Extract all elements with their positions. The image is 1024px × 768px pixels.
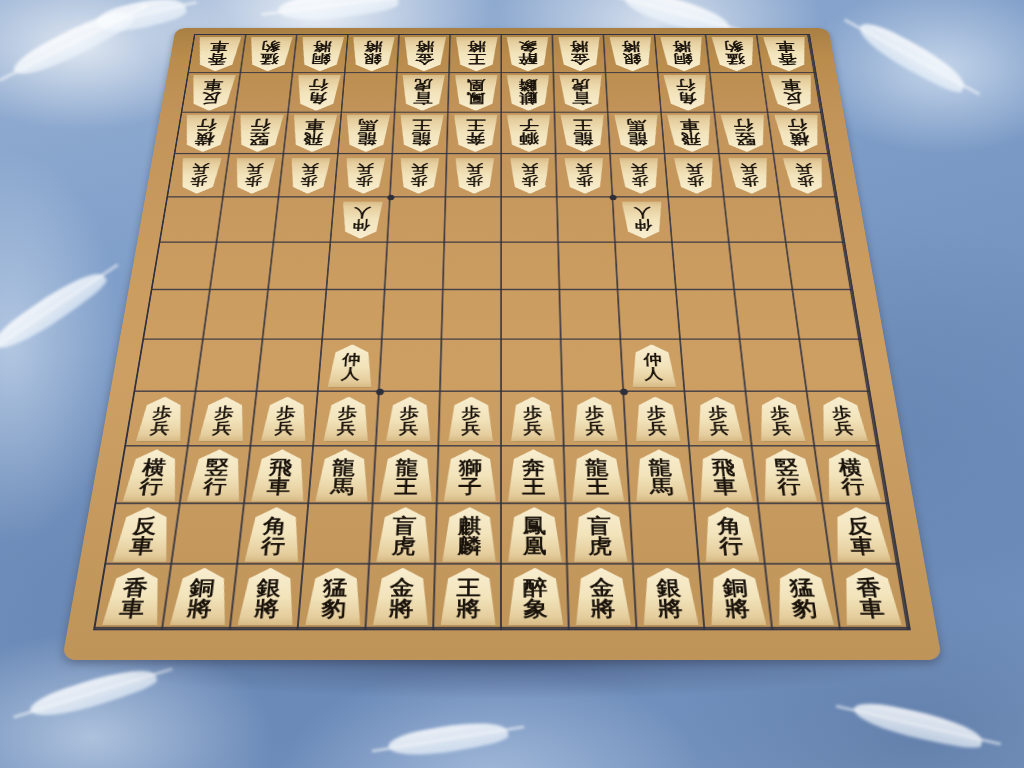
piece-kanji-char: 兵 (647, 421, 667, 436)
piece-ferocious-leopard[interactable]: 猛豹 (305, 568, 364, 625)
piece-kanji-char: 横 (194, 132, 216, 146)
board-cell[interactable]: 龍馬 (339, 113, 396, 154)
piece-kanji-char: 行 (676, 79, 696, 92)
board-cell[interactable]: 猛豹 (766, 565, 841, 629)
piece-kanji-char: 歩 (708, 406, 728, 421)
piece-rook[interactable]: 飛車 (251, 449, 308, 501)
piece-kanji-char: 歩 (646, 406, 666, 421)
piece-pawn[interactable]: 歩兵 (399, 158, 440, 193)
piece-side-mover[interactable]: 横行 (180, 115, 230, 152)
piece-dragon-horse[interactable]: 龍馬 (315, 449, 371, 501)
board-cell[interactable] (385, 243, 445, 290)
piece-kanji-char: 兵 (356, 162, 374, 174)
board-cell[interactable]: 香車 (758, 35, 816, 73)
board-cell[interactable]: 歩兵 (126, 392, 196, 447)
piece-kanji-char: 車 (209, 40, 230, 52)
piece-vertical-mover[interactable]: 竪行 (759, 449, 818, 501)
piece-lance[interactable]: 香車 (762, 37, 810, 71)
board-cell[interactable]: 盲虎 (370, 504, 438, 565)
board-cell[interactable] (211, 243, 275, 290)
board-cell[interactable]: 王將 (450, 35, 502, 73)
piece-kanji-char: 行 (308, 79, 328, 92)
board-cell[interactable]: 香車 (832, 565, 909, 629)
board-cell[interactable]: 鳳凰 (502, 504, 568, 565)
board-cell[interactable] (144, 290, 211, 340)
piece-drunk-elephant[interactable]: 醉象 (507, 37, 550, 71)
board-cell[interactable] (759, 504, 832, 565)
board-cell[interactable]: 歩兵 (377, 392, 441, 447)
board-cell[interactable]: 金將 (568, 565, 638, 629)
piece-kanji-char: 龍 (395, 458, 419, 477)
piece-copper-general[interactable]: 銅將 (298, 37, 344, 71)
board-cell[interactable]: 角行 (659, 73, 716, 113)
piece-kanji-char: 歩 (300, 174, 318, 186)
board-cell[interactable]: 反車 (763, 73, 822, 113)
piece-pawn[interactable]: 歩兵 (261, 397, 310, 442)
board-cell[interactable]: 盲虎 (554, 73, 608, 113)
board-cell[interactable]: 仲人 (613, 198, 672, 243)
piece-bishop[interactable]: 角行 (663, 75, 710, 111)
piece-blind-tiger[interactable]: 盲虎 (376, 507, 432, 562)
board-cell[interactable]: 鳳凰 (449, 73, 502, 113)
board-cell[interactable]: 歩兵 (224, 154, 285, 197)
board-cell[interactable] (711, 73, 769, 113)
piece-kanji-char: 麟 (457, 536, 481, 556)
piece-kirin[interactable]: 麒麟 (507, 75, 551, 111)
piece-kanji-char: 横 (141, 458, 167, 477)
board-cell[interactable]: 龍王 (565, 447, 631, 505)
piece-rook[interactable]: 飛車 (289, 115, 337, 152)
board-cell[interactable] (323, 290, 385, 340)
piece-gold-general[interactable]: 金將 (402, 37, 446, 71)
piece-kanji-char: 兵 (461, 421, 480, 436)
board-cell[interactable]: 歩兵 (168, 154, 230, 197)
piece-rook[interactable]: 飛車 (696, 449, 753, 501)
piece-reverse-chariot[interactable]: 反車 (830, 507, 892, 562)
piece-pawn[interactable]: 歩兵 (454, 158, 494, 193)
piece-bishop[interactable]: 角行 (244, 507, 303, 562)
piece-kanji-char: 奔 (465, 132, 485, 146)
board-cell[interactable] (196, 340, 263, 392)
piece-kanji-char: 香 (122, 577, 149, 598)
piece-kanji-char: 將 (253, 598, 280, 619)
piece-ferocious-leopard[interactable]: 猛豹 (772, 568, 834, 625)
board-cell[interactable] (780, 198, 843, 243)
board-cell[interactable]: 横行 (175, 113, 235, 154)
piece-kanji-char: 豹 (723, 40, 743, 52)
board-cell[interactable]: 猛豹 (299, 565, 370, 629)
board-cell[interactable] (445, 198, 502, 243)
board-cell[interactable]: 銀將 (604, 35, 658, 73)
star-point (620, 389, 628, 395)
board-cell[interactable]: 竪行 (230, 113, 289, 154)
board-cell[interactable]: 竪行 (753, 447, 824, 505)
piece-pawn[interactable]: 歩兵 (619, 158, 661, 193)
board-cell[interactable]: 金將 (398, 35, 451, 73)
board-cell[interactable]: 横行 (815, 447, 887, 505)
board-cell[interactable] (380, 340, 443, 392)
piece-kanji-char: 歩 (521, 174, 538, 186)
board-cell[interactable]: 歩兵 (685, 392, 752, 447)
piece-kanji-char: 兵 (274, 421, 295, 436)
board-cell[interactable]: 歩兵 (502, 392, 565, 447)
piece-lance[interactable]: 香車 (838, 568, 902, 625)
piece-copper-general[interactable]: 銅將 (170, 568, 232, 625)
board-cell[interactable] (152, 243, 217, 290)
board-cell[interactable] (673, 243, 735, 290)
piece-kanji-char: 兵 (337, 421, 357, 436)
piece-kanji-char: 凰 (523, 536, 547, 556)
board-cell[interactable]: 龍王 (393, 113, 449, 154)
board-cell[interactable] (741, 340, 808, 392)
piece-vertical-mover[interactable]: 竪行 (720, 115, 769, 152)
piece-bishop[interactable]: 角行 (701, 507, 760, 562)
piece-dragon-horse[interactable]: 龍馬 (633, 449, 689, 501)
piece-pawn[interactable]: 歩兵 (198, 397, 248, 442)
piece-kirin[interactable]: 麒麟 (442, 507, 496, 562)
board-cell[interactable] (274, 198, 335, 243)
piece-kanji-char: 兵 (740, 162, 758, 174)
piece-bishop[interactable]: 角行 (294, 75, 341, 111)
piece-pawn[interactable]: 歩兵 (448, 397, 493, 442)
board-cell[interactable]: 歩兵 (624, 392, 690, 447)
board-cell[interactable]: 飛車 (662, 113, 720, 154)
board-cell[interactable] (631, 504, 700, 565)
piece-kanji-char: 凰 (466, 79, 485, 92)
board-cell[interactable] (172, 504, 245, 565)
piece-kanji-char: 金 (570, 53, 589, 66)
piece-pawn[interactable]: 歩兵 (511, 397, 556, 442)
board-cell[interactable]: 龍馬 (609, 113, 666, 154)
tablecloth-background: 香車猛豹銅將銀將金將王將醉象金將銀將銅將猛豹香車反車角行盲虎鳳凰麒麟盲虎角行反車… (0, 0, 1024, 768)
piece-kanji-char: 車 (128, 536, 155, 556)
piece-copper-general[interactable]: 銅將 (706, 568, 766, 625)
board-cell[interactable] (502, 340, 563, 392)
piece-go-between[interactable]: 仲人 (630, 344, 676, 387)
piece-kanji-char: 歩 (462, 406, 481, 421)
piece-king[interactable]: 王將 (440, 568, 496, 625)
piece-dragon-king[interactable]: 龍王 (398, 115, 444, 152)
piece-kanji-char: 虎 (413, 79, 433, 92)
piece-pawn[interactable]: 歩兵 (633, 397, 681, 442)
board-cell[interactable]: 歩兵 (502, 154, 558, 197)
board-cell[interactable]: 麒麟 (502, 73, 555, 113)
piece-pawn[interactable]: 歩兵 (386, 397, 432, 442)
board-cell[interactable] (236, 73, 294, 113)
star-point (610, 195, 618, 200)
piece-pawn[interactable]: 歩兵 (232, 158, 276, 193)
piece-kanji-char: 竪 (774, 458, 799, 477)
board-cell[interactable]: 歩兵 (556, 154, 613, 197)
piece-kanji-char: 香 (776, 53, 797, 66)
piece-lion[interactable]: 獅子 (507, 115, 552, 152)
piece-kanji-char: 子 (519, 118, 539, 131)
piece-pawn[interactable]: 歩兵 (323, 397, 371, 442)
piece-pawn[interactable]: 歩兵 (756, 397, 806, 442)
piece-kanji-char: 竪 (205, 458, 230, 477)
board-cell[interactable]: 銅將 (655, 35, 710, 73)
piece-kanji-char: 銅 (722, 577, 748, 598)
piece-kanji-char: 人 (633, 206, 651, 218)
board-cell[interactable]: 盲虎 (395, 73, 449, 113)
board-cell[interactable] (730, 243, 794, 290)
board-cell[interactable] (441, 340, 502, 392)
piece-free-king[interactable]: 奔王 (508, 449, 561, 501)
piece-pawn[interactable]: 歩兵 (136, 397, 187, 442)
piece-dragon-king[interactable]: 龍王 (379, 449, 433, 501)
piece-kanji-char: 麒 (519, 91, 538, 104)
board-cell[interactable]: 飛車 (690, 447, 759, 505)
board-cell[interactable]: 歩兵 (747, 392, 816, 447)
board-cell[interactable]: 角行 (238, 504, 309, 565)
piece-kanji-char: 虎 (588, 536, 613, 556)
piece-side-mover[interactable]: 横行 (123, 449, 183, 501)
board-cell[interactable]: 銀將 (231, 565, 304, 629)
board-cell[interactable] (559, 243, 619, 290)
piece-go-between[interactable]: 仲人 (621, 202, 664, 239)
piece-ferocious-leopard[interactable]: 猛豹 (246, 37, 293, 71)
board-cell[interactable] (502, 290, 562, 340)
board-cell[interactable] (388, 198, 446, 243)
board-cell[interactable] (383, 290, 444, 340)
board-cell[interactable] (342, 73, 398, 113)
board-cell[interactable]: 反車 (182, 73, 241, 113)
piece-blind-tiger[interactable]: 盲虎 (559, 75, 604, 111)
piece-pawn[interactable]: 歩兵 (673, 158, 716, 193)
piece-pawn[interactable]: 歩兵 (572, 397, 618, 442)
piece-kanji-char: 兵 (794, 162, 813, 174)
piece-silver-general[interactable]: 銀將 (350, 37, 395, 71)
board-cell[interactable]: 横行 (768, 113, 828, 154)
board-cell[interactable] (677, 290, 741, 340)
board-cell[interactable]: 反車 (823, 504, 897, 565)
board-cell[interactable]: 歩兵 (279, 154, 338, 197)
piece-dragon-horse[interactable]: 龍馬 (614, 115, 661, 152)
board-cell[interactable] (616, 243, 677, 290)
piece-reverse-chariot[interactable]: 反車 (768, 75, 817, 111)
board-cell[interactable] (442, 290, 502, 340)
board-cell[interactable] (327, 243, 388, 290)
board-cell[interactable]: 銅將 (700, 565, 773, 629)
board-cell[interactable]: 歩兵 (335, 154, 393, 197)
board-cell[interactable] (560, 290, 621, 340)
board-cell[interactable] (619, 290, 681, 340)
piece-reverse-chariot[interactable]: 反車 (112, 507, 174, 562)
board-cell[interactable] (444, 243, 502, 290)
board-cell[interactable]: 歩兵 (314, 392, 380, 447)
board-cell[interactable]: 奔王 (448, 113, 502, 154)
board-cell[interactable]: 香車 (95, 565, 172, 629)
piece-kanji-char: 車 (780, 79, 801, 92)
piece-reverse-chariot[interactable]: 反車 (187, 75, 236, 111)
piece-kanji-char: 子 (458, 477, 481, 496)
board-cell[interactable]: 龍王 (373, 447, 439, 505)
piece-kanji-char: 角 (307, 91, 328, 104)
piece-silver-general[interactable]: 銀將 (237, 568, 297, 625)
board-cell[interactable]: 獅子 (438, 447, 502, 505)
board-cell[interactable]: 獅子 (502, 113, 556, 154)
board-cell[interactable]: 香車 (189, 35, 247, 73)
board-cell[interactable]: 龍王 (555, 113, 611, 154)
board-cell[interactable]: 仲人 (621, 340, 685, 392)
board-cell[interactable] (204, 290, 269, 340)
piece-pawn[interactable]: 歩兵 (694, 397, 743, 442)
board-cell[interactable] (800, 340, 868, 392)
board-cell[interactable]: 歩兵 (611, 154, 669, 197)
piece-blind-tiger[interactable]: 盲虎 (572, 507, 628, 562)
board-cell[interactable]: 飛車 (245, 447, 314, 505)
piece-silver-general[interactable]: 銀將 (609, 37, 654, 71)
piece-side-mover[interactable]: 横行 (774, 115, 824, 152)
piece-kanji-char: 銅 (311, 53, 331, 66)
piece-lion[interactable]: 獅子 (444, 449, 497, 501)
board-cell[interactable]: 角行 (289, 73, 346, 113)
piece-kanji-char: 將 (672, 40, 692, 52)
board-cell[interactable]: 仲人 (319, 340, 383, 392)
piece-silver-general[interactable]: 銀將 (640, 568, 699, 625)
piece-dragon-horse[interactable]: 龍馬 (344, 115, 391, 152)
board-cell[interactable]: 竪行 (715, 113, 774, 154)
piece-pawn[interactable]: 歩兵 (817, 397, 868, 442)
piece-kanji-char: 兵 (685, 162, 703, 174)
piece-go-between[interactable]: 仲人 (339, 202, 382, 239)
piece-drunk-elephant[interactable]: 醉象 (508, 568, 564, 625)
board-cell[interactable] (217, 198, 279, 243)
piece-kanji-char: 兵 (212, 421, 233, 436)
piece-gold-general[interactable]: 金將 (558, 37, 602, 71)
board-cell[interactable]: 奔王 (502, 447, 566, 505)
piece-vertical-mover[interactable]: 竪行 (235, 115, 284, 152)
board-cell[interactable]: 歩兵 (439, 392, 502, 447)
piece-kanji-char: 銀 (363, 53, 383, 66)
board-cell[interactable]: 龍馬 (309, 447, 377, 505)
board-cell[interactable]: 反車 (106, 504, 180, 565)
board-cell[interactable]: 銀將 (345, 35, 399, 73)
board-cell[interactable] (681, 340, 747, 392)
piece-kanji-char: 將 (621, 40, 641, 52)
board-cell[interactable]: 龍馬 (627, 447, 695, 505)
piece-lance[interactable]: 香車 (102, 568, 166, 625)
piece-kanji-char: 反 (132, 516, 159, 536)
board-cell[interactable]: 銅將 (163, 565, 238, 629)
piece-vertical-mover[interactable]: 竪行 (187, 449, 246, 501)
piece-pawn[interactable]: 歩兵 (288, 158, 331, 193)
piece-phoenix[interactable]: 鳳凰 (454, 75, 498, 111)
piece-kanji-char: 王 (467, 53, 486, 66)
piece-kanji-char: 王 (522, 477, 545, 496)
board-cell[interactable]: 銀將 (634, 565, 705, 629)
board-cell[interactable]: 銅將 (293, 35, 348, 73)
board-cell[interactable] (257, 340, 323, 392)
board-cell[interactable] (269, 243, 331, 290)
board-cell[interactable] (787, 243, 852, 290)
piece-blind-tiger[interactable]: 盲虎 (400, 75, 445, 111)
piece-kanji-char: 車 (304, 118, 325, 131)
piece-kanji-char: 豹 (260, 40, 280, 52)
piece-kanji-char: 龍 (648, 458, 672, 477)
board-cell[interactable]: 猛豹 (706, 35, 762, 73)
board-cell[interactable] (558, 198, 616, 243)
piece-kanji-char: 兵 (521, 162, 538, 174)
piece-kanji-char: 銅 (673, 53, 693, 66)
piece-pawn[interactable]: 歩兵 (728, 158, 772, 193)
piece-lance[interactable]: 香車 (194, 37, 242, 71)
board-cell[interactable]: 醉象 (502, 35, 554, 73)
board-cell[interactable] (502, 243, 560, 290)
board-cell[interactable] (263, 290, 327, 340)
board-cell[interactable] (160, 198, 223, 243)
piece-phoenix[interactable]: 鳳凰 (508, 507, 562, 562)
board-cell[interactable] (135, 340, 203, 392)
board-cell[interactable]: 歩兵 (251, 392, 318, 447)
piece-pawn[interactable]: 歩兵 (343, 158, 385, 193)
board-cell[interactable]: 歩兵 (808, 392, 878, 447)
board-cell[interactable] (669, 198, 730, 243)
board-cell[interactable]: 歩兵 (665, 154, 724, 197)
board-cell[interactable] (735, 290, 800, 340)
board-cell[interactable]: 麒麟 (436, 504, 502, 565)
board-cell[interactable]: 金將 (366, 565, 436, 629)
piece-pawn[interactable]: 歩兵 (782, 158, 827, 193)
board-cell[interactable]: 歩兵 (189, 392, 258, 447)
board-cell[interactable]: 盲虎 (566, 504, 634, 565)
board-cell[interactable] (502, 198, 559, 243)
board-cell[interactable]: 歩兵 (720, 154, 781, 197)
board-cell[interactable]: 竪行 (181, 447, 252, 505)
board-cell[interactable]: 歩兵 (446, 154, 502, 197)
board-cell[interactable] (562, 340, 625, 392)
piece-go-between[interactable]: 仲人 (328, 344, 374, 387)
piece-kanji-char: 歩 (338, 406, 358, 421)
piece-kanji-char: 兵 (523, 421, 542, 436)
piece-copper-general[interactable]: 銅將 (660, 37, 706, 71)
board-cell[interactable] (793, 290, 860, 340)
piece-free-king[interactable]: 奔王 (452, 115, 497, 152)
board-cell[interactable]: 猛豹 (241, 35, 297, 73)
board-cell[interactable]: 飛車 (284, 113, 342, 154)
piece-pawn[interactable]: 歩兵 (564, 158, 605, 193)
piece-kanji-char: 行 (718, 536, 744, 556)
piece-gold-general[interactable]: 金將 (373, 568, 430, 625)
board-cell[interactable] (606, 73, 662, 113)
piece-ferocious-leopard[interactable]: 猛豹 (711, 37, 758, 71)
piece-dragon-king[interactable]: 龍王 (560, 115, 606, 152)
board-cell[interactable]: 横行 (116, 447, 188, 505)
piece-king[interactable]: 王將 (455, 37, 498, 71)
piece-kanji-char: 人 (644, 367, 664, 381)
board-cell[interactable] (725, 198, 787, 243)
board-cell[interactable] (304, 504, 373, 565)
board-cell[interactable]: 金將 (553, 35, 606, 73)
piece-side-mover[interactable]: 横行 (821, 449, 881, 501)
piece-kanji-char: 獅 (459, 458, 482, 477)
piece-rook[interactable]: 飛車 (667, 115, 715, 152)
board-cell[interactable]: 歩兵 (563, 392, 627, 447)
piece-pawn[interactable]: 歩兵 (510, 158, 550, 193)
piece-dragon-king[interactable]: 龍王 (570, 449, 624, 501)
board-cell[interactable]: 醉象 (502, 565, 570, 629)
piece-kanji-char: 車 (849, 536, 876, 556)
piece-kanji-char: 猛 (725, 53, 745, 66)
piece-kanji-char: 王 (456, 577, 481, 598)
piece-pawn[interactable]: 歩兵 (176, 158, 221, 193)
board-cell[interactable]: 仲人 (331, 198, 390, 243)
board-cell[interactable]: 歩兵 (391, 154, 448, 197)
board-cell[interactable]: 角行 (695, 504, 766, 565)
board-cell[interactable]: 歩兵 (774, 154, 836, 197)
piece-gold-general[interactable]: 金將 (574, 568, 631, 625)
board-cell[interactable]: 王將 (434, 565, 502, 629)
